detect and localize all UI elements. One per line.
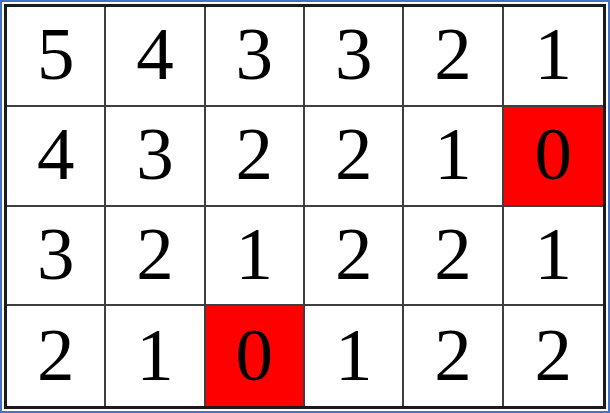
grid-cell-r4c1: 2 [7, 306, 106, 406]
grid-cell-r1c5: 2 [404, 7, 503, 107]
grid-cell-r3c3: 1 [206, 207, 305, 307]
grid-cell-r2c1: 4 [7, 107, 106, 207]
grid-cell-r1c6: 1 [504, 7, 603, 107]
grid-cell-r2c3: 2 [206, 107, 305, 207]
grid-cell-r3c6: 1 [504, 207, 603, 307]
distance-grid-board: 5 4 3 3 2 1 4 3 2 2 1 0 3 2 1 2 2 1 2 1 … [4, 4, 606, 409]
grid-cell-r4c3-target: 0 [206, 306, 305, 406]
grid-cell-r3c5: 2 [404, 207, 503, 307]
grid-cell-r2c2: 3 [106, 107, 205, 207]
grid-cell-r1c4: 3 [305, 7, 404, 107]
grid-cell-r4c4: 1 [305, 306, 404, 406]
grid-cell-r2c6-target: 0 [504, 107, 603, 207]
grid-cell-r4c5: 2 [404, 306, 503, 406]
grid-cell-r1c3: 3 [206, 7, 305, 107]
grid-cell-r2c5: 1 [404, 107, 503, 207]
grid-cell-r1c1: 5 [7, 7, 106, 107]
grid-cell-r3c2: 2 [106, 207, 205, 307]
grid-cell-r3c4: 2 [305, 207, 404, 307]
grid-cell-r4c2: 1 [106, 306, 205, 406]
grid-cell-r2c4: 2 [305, 107, 404, 207]
grid-cell-r1c2: 4 [106, 7, 205, 107]
grid-cell-r4c6: 2 [504, 306, 603, 406]
grid-cell-r3c1: 3 [7, 207, 106, 307]
